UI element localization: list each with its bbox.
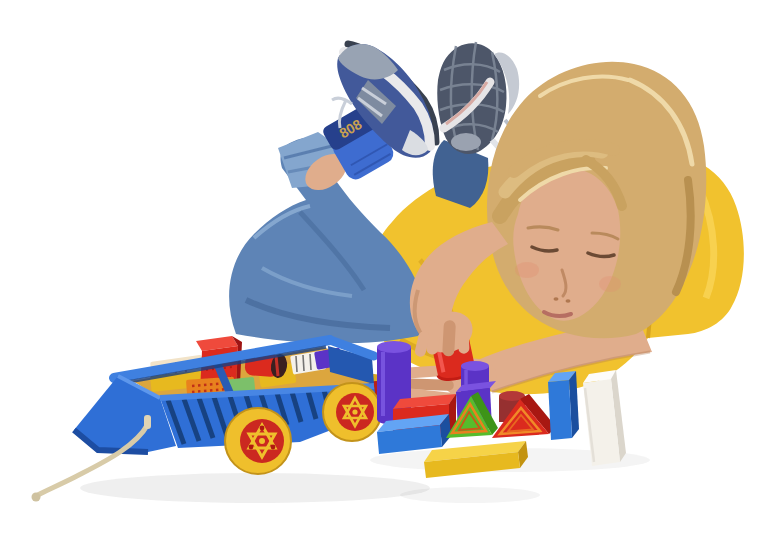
nostril-right bbox=[566, 299, 571, 303]
blue-tall-block bbox=[548, 371, 579, 440]
string-knob bbox=[32, 493, 41, 502]
cheek-blush-right bbox=[599, 276, 621, 292]
cylinder-end-stripe bbox=[276, 356, 278, 376]
string-peg bbox=[144, 415, 151, 429]
wheel-rear bbox=[323, 383, 381, 441]
nostril-left bbox=[554, 297, 559, 301]
heel-tread bbox=[451, 133, 481, 151]
scene-canvas: 808 bbox=[0, 0, 760, 555]
cheek-blush-left bbox=[515, 262, 539, 278]
wheel-front bbox=[225, 408, 291, 474]
photo-child-playing-with-blocks: 808 bbox=[0, 0, 760, 555]
